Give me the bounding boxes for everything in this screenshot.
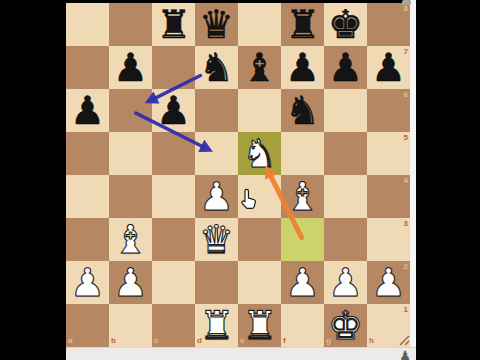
scrollbar-track[interactable] xyxy=(410,0,416,360)
square-c5[interactable] xyxy=(152,132,195,175)
square-h5[interactable]: 5 xyxy=(367,132,410,175)
rank-label-6: 6 xyxy=(404,91,408,99)
rank-label-7: 7 xyxy=(404,48,408,56)
square-e8[interactable] xyxy=(238,3,281,46)
square-h8[interactable]: 8 xyxy=(367,3,410,46)
chess-board[interactable]: ♜♛♜♚8♟♞♝♟♟♟7♟♟♞6♞5♟♝4♝♛3♟♟♟♟♟2abc♜d♜ef♚g… xyxy=(66,3,410,347)
file-label-a: a xyxy=(68,337,72,345)
rank-label-4: 4 xyxy=(404,177,408,185)
square-g3[interactable] xyxy=(324,218,367,261)
square-g8[interactable]: ♚ xyxy=(324,3,367,46)
square-e3[interactable] xyxy=(238,218,281,261)
rank-label-8: 8 xyxy=(404,5,408,13)
black-bishop-e7[interactable]: ♝ xyxy=(238,46,281,89)
white-bishop-f4[interactable]: ♝ xyxy=(281,175,324,218)
footer-piece-icon[interactable]: ♟ xyxy=(398,349,412,360)
square-g5[interactable] xyxy=(324,132,367,175)
left-black-bar xyxy=(0,0,66,360)
black-knight-f6[interactable]: ♞ xyxy=(281,89,324,132)
black-rook-c8[interactable]: ♜ xyxy=(152,3,195,46)
white-pawn-d4[interactable]: ♟ xyxy=(195,175,238,218)
square-f2[interactable]: ♟ xyxy=(281,261,324,304)
hand-cursor-icon xyxy=(238,186,260,214)
black-king-g8[interactable]: ♚ xyxy=(324,3,367,46)
square-h7[interactable]: ♟7 xyxy=(367,46,410,89)
square-b2[interactable]: ♟ xyxy=(109,261,152,304)
square-b7[interactable]: ♟ xyxy=(109,46,152,89)
square-e7[interactable]: ♝ xyxy=(238,46,281,89)
white-queen-d3[interactable]: ♛ xyxy=(195,218,238,261)
rank-label-1: 1 xyxy=(404,306,408,314)
footer-bar xyxy=(66,347,416,360)
square-c4[interactable] xyxy=(152,175,195,218)
black-knight-d7[interactable]: ♞ xyxy=(195,46,238,89)
square-f8[interactable]: ♜ xyxy=(281,3,324,46)
app-window: ♜♛♜♚8♟♞♝♟♟♟7♟♟♞6♞5♟♝4♝♛3♟♟♟♟♟2abc♜d♜ef♚g… xyxy=(0,0,480,360)
scrollbar-thumb[interactable] xyxy=(402,0,411,5)
square-d6[interactable] xyxy=(195,89,238,132)
square-c3[interactable] xyxy=(152,218,195,261)
square-a5[interactable] xyxy=(66,132,109,175)
right-black-bar xyxy=(416,0,480,360)
square-c7[interactable] xyxy=(152,46,195,89)
square-a1[interactable]: a xyxy=(66,304,109,347)
square-h2[interactable]: ♟2 xyxy=(367,261,410,304)
board-resize-handle[interactable] xyxy=(396,332,410,346)
square-h3[interactable]: 3 xyxy=(367,218,410,261)
file-label-f: f xyxy=(283,337,286,345)
white-knight-e5[interactable]: ♞ xyxy=(238,132,281,175)
rank-label-5: 5 xyxy=(404,134,408,142)
square-b1[interactable]: b xyxy=(109,304,152,347)
square-a7[interactable] xyxy=(66,46,109,89)
file-label-b: b xyxy=(111,337,116,345)
square-f1[interactable]: f xyxy=(281,304,324,347)
square-e1[interactable]: ♜e xyxy=(238,304,281,347)
square-a8[interactable] xyxy=(66,3,109,46)
rank-label-3: 3 xyxy=(404,220,408,228)
square-d1[interactable]: ♜d xyxy=(195,304,238,347)
square-e2[interactable] xyxy=(238,261,281,304)
file-label-g: g xyxy=(326,337,331,345)
black-pawn-g7[interactable]: ♟ xyxy=(324,46,367,89)
black-queen-d8[interactable]: ♛ xyxy=(195,3,238,46)
square-e5[interactable]: ♞ xyxy=(238,132,281,175)
white-pawn-b2[interactable]: ♟ xyxy=(109,261,152,304)
black-pawn-f7[interactable]: ♟ xyxy=(281,46,324,89)
square-f6[interactable]: ♞ xyxy=(281,89,324,132)
square-b4[interactable] xyxy=(109,175,152,218)
rank-label-2: 2 xyxy=(404,263,408,271)
square-c6[interactable]: ♟ xyxy=(152,89,195,132)
square-d2[interactable] xyxy=(195,261,238,304)
file-label-h: h xyxy=(369,337,374,345)
square-b3[interactable]: ♝ xyxy=(109,218,152,261)
square-g7[interactable]: ♟ xyxy=(324,46,367,89)
square-b5[interactable] xyxy=(109,132,152,175)
white-pawn-f2[interactable]: ♟ xyxy=(281,261,324,304)
square-g4[interactable] xyxy=(324,175,367,218)
square-c2[interactable] xyxy=(152,261,195,304)
square-a4[interactable] xyxy=(66,175,109,218)
square-a3[interactable] xyxy=(66,218,109,261)
file-label-e: e xyxy=(240,337,244,345)
square-g6[interactable] xyxy=(324,89,367,132)
file-label-c: c xyxy=(154,337,158,345)
square-g1[interactable]: ♚g xyxy=(324,304,367,347)
white-bishop-b3[interactable]: ♝ xyxy=(109,218,152,261)
file-label-d: d xyxy=(197,337,202,345)
square-d8[interactable]: ♛ xyxy=(195,3,238,46)
black-pawn-b7[interactable]: ♟ xyxy=(109,46,152,89)
square-e6[interactable] xyxy=(238,89,281,132)
black-pawn-a6[interactable]: ♟ xyxy=(66,89,109,132)
square-h6[interactable]: 6 xyxy=(367,89,410,132)
square-d4[interactable]: ♟ xyxy=(195,175,238,218)
square-f5[interactable] xyxy=(281,132,324,175)
white-pawn-a2[interactable]: ♟ xyxy=(66,261,109,304)
square-c1[interactable]: c xyxy=(152,304,195,347)
square-h4[interactable]: 4 xyxy=(367,175,410,218)
square-a6[interactable]: ♟ xyxy=(66,89,109,132)
square-a2[interactable]: ♟ xyxy=(66,261,109,304)
square-f4[interactable]: ♝ xyxy=(281,175,324,218)
white-pawn-g2[interactable]: ♟ xyxy=(324,261,367,304)
square-f3[interactable] xyxy=(281,218,324,261)
square-d5[interactable] xyxy=(195,132,238,175)
black-rook-f8[interactable]: ♜ xyxy=(281,3,324,46)
square-d7[interactable]: ♞ xyxy=(195,46,238,89)
square-b8[interactable] xyxy=(109,3,152,46)
square-d3[interactable]: ♛ xyxy=(195,218,238,261)
square-f7[interactable]: ♟ xyxy=(281,46,324,89)
black-pawn-c6[interactable]: ♟ xyxy=(152,89,195,132)
square-b6[interactable] xyxy=(109,89,152,132)
square-g2[interactable]: ♟ xyxy=(324,261,367,304)
square-c8[interactable]: ♜ xyxy=(152,3,195,46)
